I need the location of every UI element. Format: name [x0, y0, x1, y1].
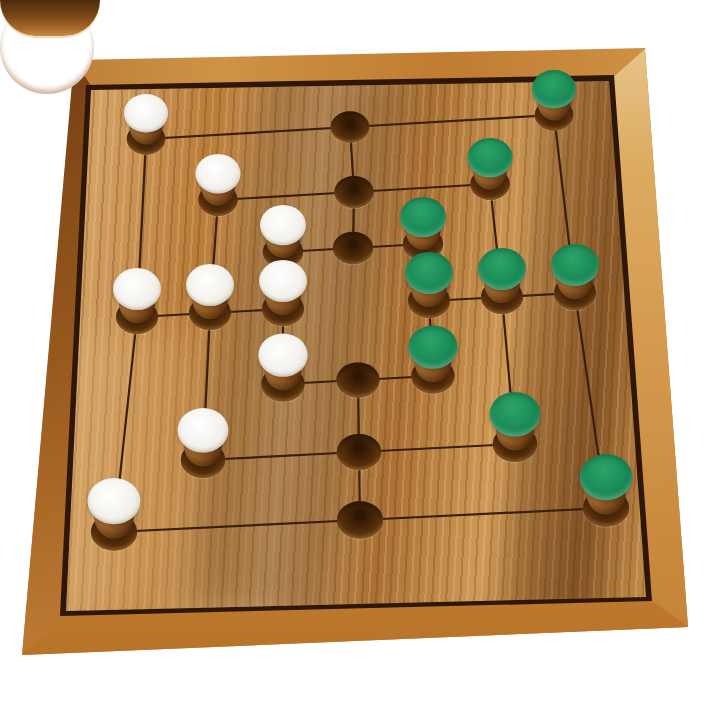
peg-top-face: [260, 205, 306, 245]
hole-d5[interactable]: [333, 232, 373, 265]
peg-top-face: [532, 70, 576, 109]
peg-top-face: [405, 252, 453, 294]
hole-d2[interactable]: [337, 434, 382, 470]
hole-d7[interactable]: [331, 111, 370, 142]
wooden-game-box: [0, 0, 720, 720]
peg-top-face: [478, 248, 526, 290]
peg-top-face: [178, 408, 229, 453]
peg-top-face: [186, 264, 234, 306]
peg-top-face: [400, 197, 446, 237]
peg-top-face: [113, 268, 161, 310]
hole-d1[interactable]: [337, 501, 383, 538]
peg-top-face: [551, 244, 599, 286]
product-photo-scene: [0, 0, 720, 720]
peg-top-face: [124, 94, 168, 133]
points-layer: [0, 0, 720, 720]
peg-top-face: [259, 260, 307, 302]
peg-top-face: [258, 334, 307, 377]
peg-top-face: [580, 454, 633, 500]
hole-d3[interactable]: [336, 362, 379, 397]
peg-top-face: [490, 392, 541, 437]
peg-top-face: [88, 478, 141, 524]
hole-d6[interactable]: [334, 176, 373, 208]
peg-top-face: [467, 138, 512, 177]
peg-top-face: [195, 154, 240, 193]
peg-top-face: [408, 326, 457, 369]
